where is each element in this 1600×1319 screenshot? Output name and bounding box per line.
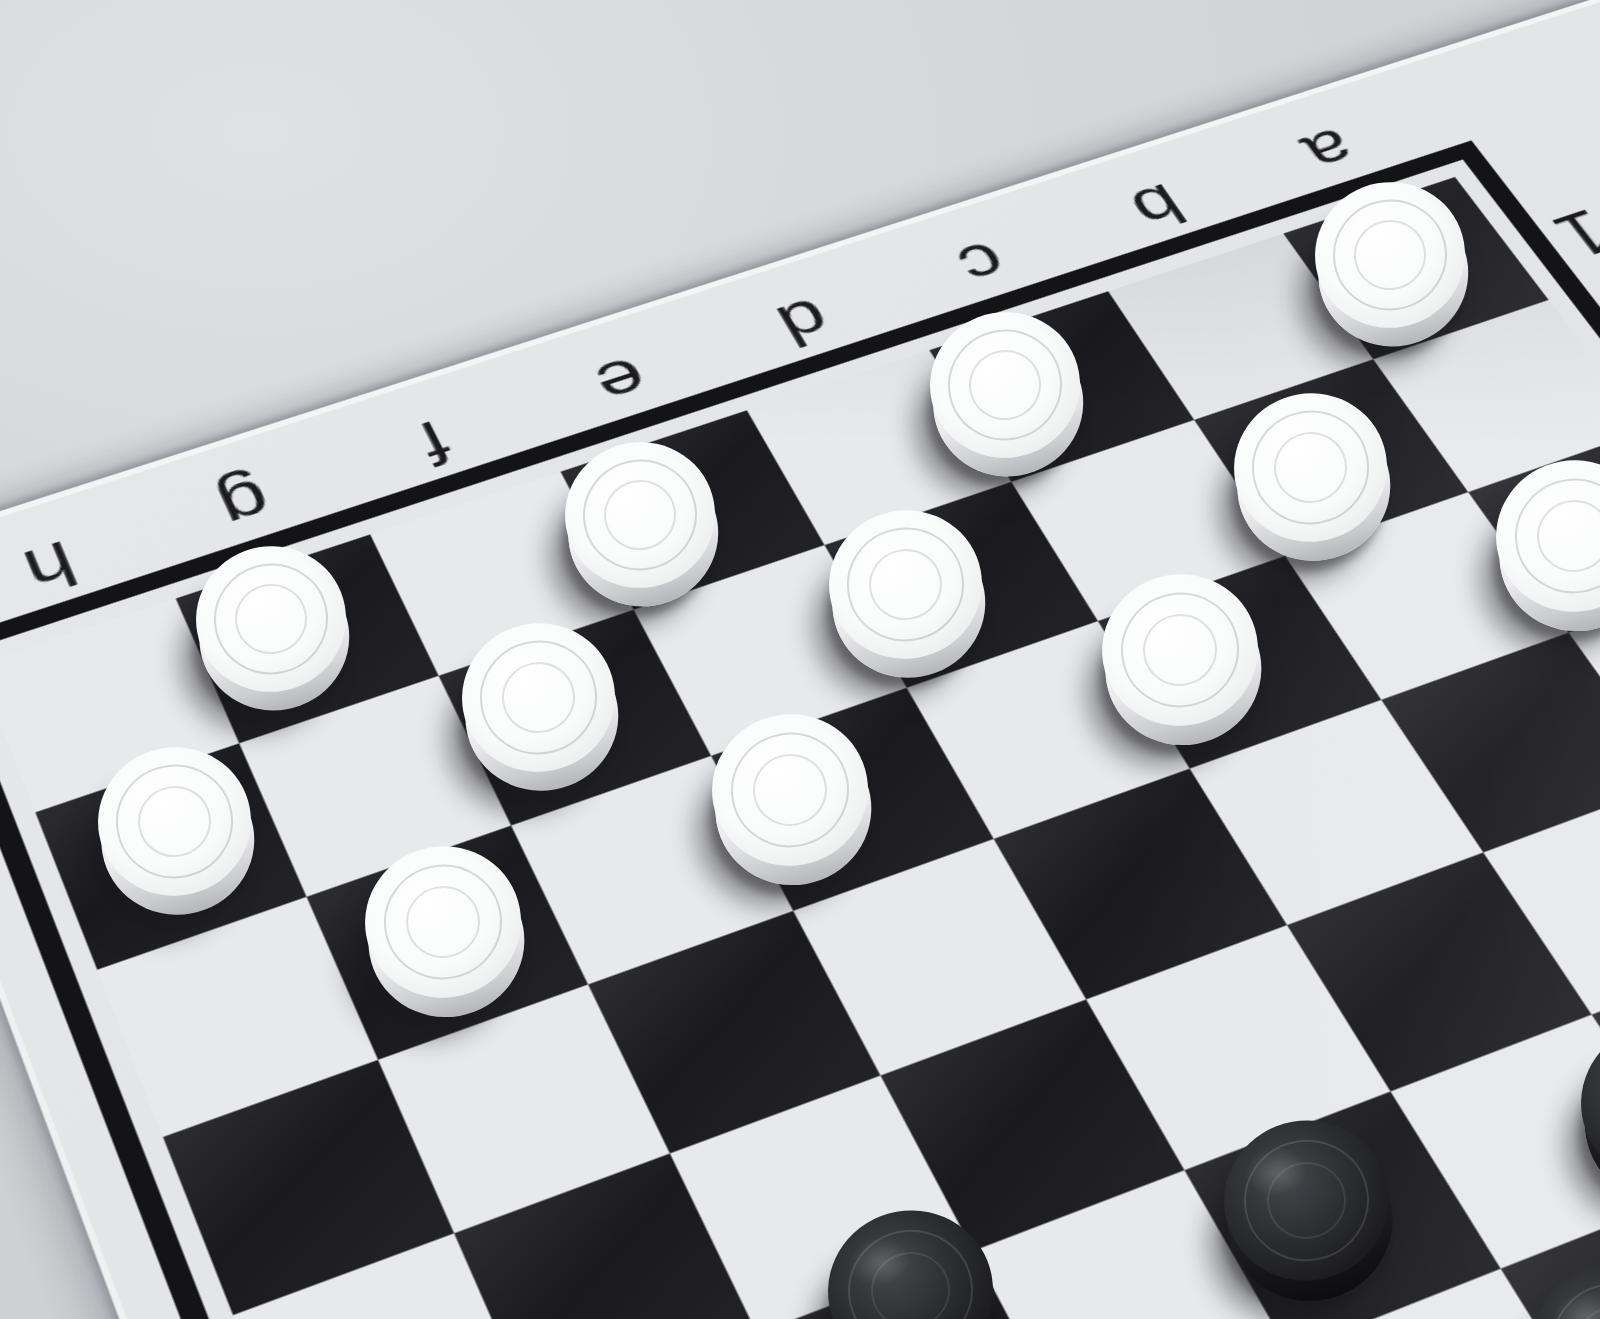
white-man-f2[interactable] <box>450 611 626 784</box>
white-man-e3[interactable] <box>700 702 880 878</box>
black-man-b6[interactable] <box>1568 1010 1600 1196</box>
white-man-c3[interactable] <box>1090 562 1270 738</box>
black-man-d6[interactable] <box>1211 1108 1401 1294</box>
white-man-g3[interactable] <box>353 834 533 1010</box>
pieces-layer <box>0 0 1600 1319</box>
black-man-f6[interactable] <box>815 1197 1005 1319</box>
white-man-g1[interactable] <box>184 534 357 703</box>
white-man-a1[interactable] <box>1303 171 1476 340</box>
white-man-c1[interactable] <box>918 300 1091 469</box>
white-man-a3[interactable] <box>1484 448 1600 624</box>
black-man-c7[interactable] <box>1518 1251 1600 1319</box>
white-man-d2[interactable] <box>817 498 993 671</box>
white-man-b2[interactable] <box>1222 381 1398 554</box>
piece-top-face <box>1568 1010 1600 1196</box>
white-man-e1[interactable] <box>554 430 727 599</box>
white-man-h2[interactable] <box>86 735 262 908</box>
board-photo-scene: hgfedcba 1 <box>0 0 1600 1319</box>
